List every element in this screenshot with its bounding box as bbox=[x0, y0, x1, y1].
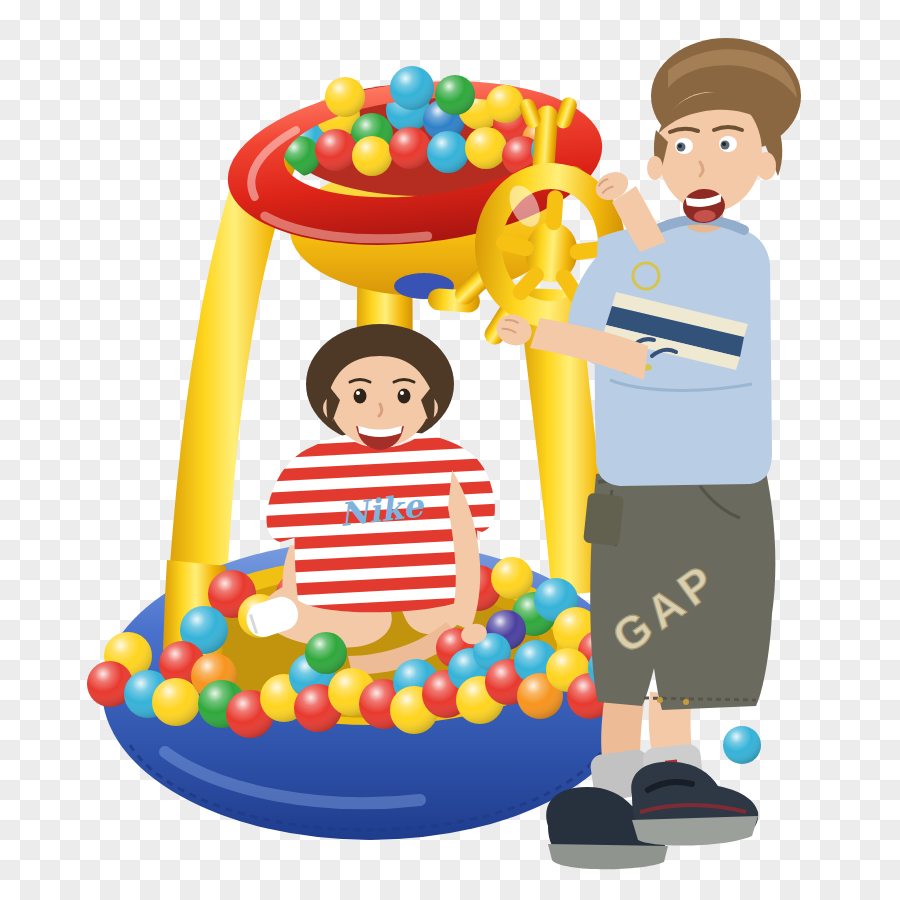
boy-head bbox=[647, 38, 801, 224]
shorts-eyelet bbox=[657, 697, 663, 703]
ball-gloss bbox=[325, 77, 365, 117]
ball-gloss bbox=[152, 678, 200, 726]
boy-front-shoe-sole bbox=[632, 816, 758, 846]
girl: Nike bbox=[242, 324, 495, 674]
transparent-checkerboard-background: Nike bbox=[0, 0, 900, 900]
floor-ball bbox=[723, 726, 761, 764]
ball-gloss bbox=[486, 85, 524, 123]
ball-gloss bbox=[435, 75, 475, 115]
ball-gloss bbox=[390, 66, 434, 110]
boy-ear-left bbox=[647, 156, 663, 180]
ball-gloss bbox=[315, 129, 357, 171]
boy-shorts: GAP bbox=[583, 467, 775, 710]
ball-gloss bbox=[491, 557, 533, 599]
ball-gloss bbox=[427, 131, 469, 173]
boy-back-shoe-sole bbox=[548, 844, 668, 869]
ball-pit-scene: Nike bbox=[0, 0, 900, 900]
shorts-eyelet bbox=[683, 699, 689, 705]
shorts-cargo-flap bbox=[583, 493, 624, 546]
ball-gloss bbox=[465, 127, 507, 169]
ball-gloss bbox=[352, 136, 392, 176]
ball-gloss bbox=[305, 632, 347, 674]
boy-ear-right bbox=[756, 152, 776, 180]
ball-gloss bbox=[389, 127, 431, 169]
ball-gloss bbox=[723, 726, 761, 764]
